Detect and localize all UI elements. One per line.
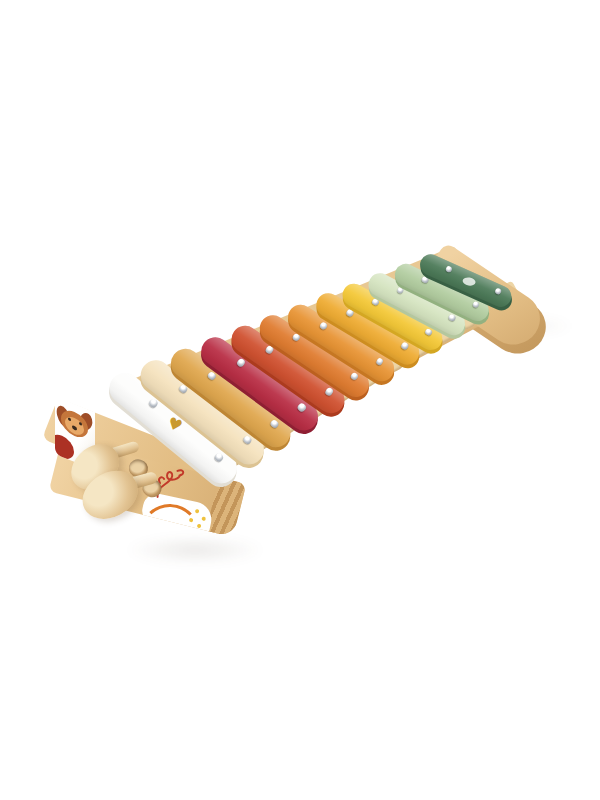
yellow-dot xyxy=(195,509,200,514)
dog-eye xyxy=(68,417,71,421)
yellow-dot xyxy=(201,516,206,521)
dog-eye xyxy=(79,422,82,426)
product-photo-canvas: ♥ xyxy=(0,0,600,800)
yellow-dot xyxy=(197,524,202,529)
wood-grain-stripes xyxy=(205,477,246,537)
soft-shadow-near xyxy=(125,535,265,565)
